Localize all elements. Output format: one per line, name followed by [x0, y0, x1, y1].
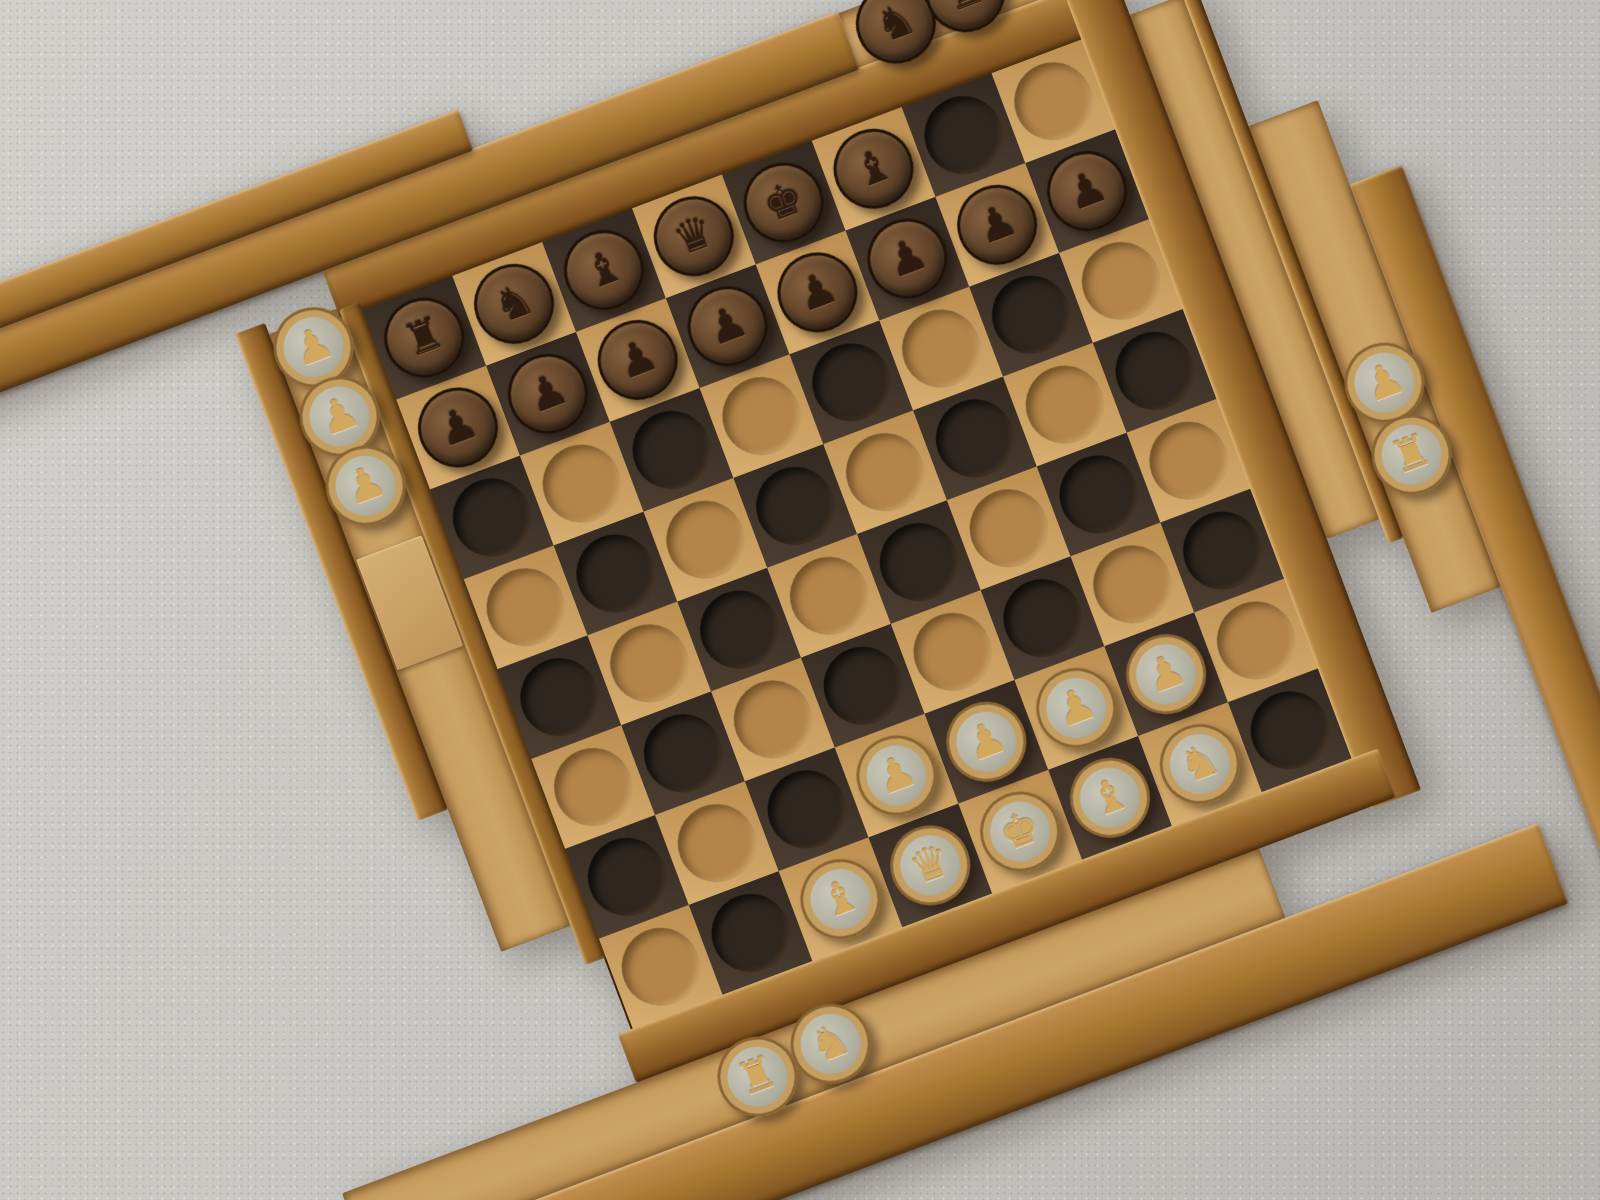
- pawn-icon: ♟: [287, 319, 339, 374]
- square-recess: [531, 433, 631, 533]
- rook-icon: ♜: [939, 0, 991, 19]
- black-knight-disc[interactable]: ♞: [463, 252, 566, 355]
- pawn-icon: ♟: [1140, 646, 1192, 701]
- square-recess: [509, 647, 609, 747]
- square-recess: [869, 512, 969, 612]
- white-pawn-disc[interactable]: ♟: [1115, 623, 1218, 726]
- black-king-disc[interactable]: ♚: [732, 151, 835, 254]
- pawn-icon: ♟: [870, 747, 922, 802]
- carpet-background: ♜♞♝♛♚♝♟♟♟♟♟♟♟♟♟♟♟♟♝♛♚♝♞ ♞♜♟♜♜♞♟♟♟: [0, 0, 1600, 1200]
- square-recess: [891, 298, 991, 398]
- pawn-icon: ♟: [339, 457, 391, 512]
- square-recess: [801, 332, 901, 432]
- square-recess: [667, 793, 767, 893]
- black-bishop-disc[interactable]: ♝: [552, 219, 655, 322]
- pawn-icon: ♟: [1358, 354, 1410, 409]
- square-recess: [1240, 680, 1340, 780]
- knight-icon: ♞: [1173, 736, 1225, 791]
- square-recess: [599, 613, 699, 713]
- square-recess: [902, 602, 1002, 702]
- bishop-icon: ♝: [577, 242, 629, 297]
- bishop-icon: ♝: [847, 140, 899, 195]
- pawn-icon: ♟: [1050, 680, 1102, 735]
- white-pawn-disc[interactable]: ♟: [845, 724, 948, 827]
- square-recess: [1172, 500, 1272, 600]
- black-pawn-disc[interactable]: ♟: [496, 342, 599, 445]
- black-pawn-disc[interactable]: ♟: [586, 308, 689, 411]
- black-rook-disc[interactable]: ♜: [373, 286, 476, 389]
- square-recess: [711, 366, 811, 466]
- square-recess: [981, 265, 1081, 365]
- black-pawn-disc[interactable]: ♟: [407, 376, 510, 479]
- queen-icon: ♛: [667, 208, 719, 263]
- white-knight-disc[interactable]: ♞: [1148, 713, 1251, 816]
- square-recess: [779, 546, 879, 646]
- square-recess: [1206, 590, 1306, 690]
- black-queen-disc[interactable]: ♛: [642, 185, 745, 288]
- square-recess: [1048, 444, 1148, 544]
- pawn-icon: ♟: [313, 388, 365, 443]
- square-recess: [565, 523, 665, 623]
- square-recess: [992, 568, 1092, 668]
- black-pawn-disc[interactable]: ♟: [1036, 140, 1139, 243]
- pawn-icon: ♟: [881, 230, 933, 285]
- square-recess: [621, 400, 721, 500]
- rook-icon: ♜: [398, 309, 450, 364]
- black-pawn-disc[interactable]: ♟: [946, 173, 1049, 276]
- square-recess: [442, 467, 542, 567]
- rook-icon: ♜: [1385, 426, 1437, 481]
- white-queen-disc[interactable]: ♛: [879, 814, 982, 917]
- white-bishop-disc[interactable]: ♝: [1058, 746, 1161, 849]
- pawn-icon: ♟: [1061, 163, 1113, 218]
- square-recess: [1071, 231, 1171, 331]
- rook-icon: ♜: [731, 1048, 783, 1103]
- square-recess: [723, 669, 823, 769]
- white-pawn-disc[interactable]: ♟: [1025, 656, 1128, 759]
- bishop-icon: ♝: [814, 871, 866, 926]
- king-icon: ♚: [757, 174, 809, 229]
- square-recess: [1015, 354, 1115, 454]
- square-recess: [655, 490, 755, 590]
- square-recess: [813, 635, 913, 735]
- square-recess: [700, 883, 800, 983]
- pawn-icon: ♟: [960, 713, 1012, 768]
- pawn-icon: ♟: [611, 332, 663, 387]
- knight-icon: ♞: [804, 1015, 856, 1070]
- pawn-icon: ♟: [791, 264, 843, 319]
- square-recess: [610, 917, 710, 1017]
- black-bishop-disc[interactable]: ♝: [822, 117, 925, 220]
- square-recess: [1003, 51, 1103, 151]
- square-recess: [475, 557, 575, 657]
- square-recess: [835, 422, 935, 522]
- square-recess: [913, 85, 1013, 185]
- bishop-icon: ♝: [1083, 769, 1135, 824]
- pawn-icon: ♟: [521, 365, 573, 420]
- square-recess: [543, 737, 643, 837]
- knight-icon: ♞: [869, 0, 921, 50]
- square-recess: [1104, 321, 1204, 421]
- square-recess: [745, 456, 845, 556]
- square-recess: [689, 579, 789, 679]
- square-recess: [1138, 410, 1238, 510]
- pawn-icon: ♟: [431, 399, 483, 454]
- square-recess: [756, 759, 856, 859]
- white-pawn-disc[interactable]: ♟: [935, 690, 1038, 793]
- king-icon: ♚: [994, 803, 1046, 858]
- square-recess: [1082, 534, 1182, 634]
- chessboard-assembly: ♜♞♝♛♚♝♟♟♟♟♟♟♟♟♟♟♟♟♝♛♚♝♞ ♞♜♟♜♜♞♟♟♟: [362, 39, 1351, 1028]
- black-pawn-disc[interactable]: ♟: [856, 207, 959, 310]
- square-recess: [958, 478, 1058, 578]
- black-pawn-disc[interactable]: ♟: [676, 275, 779, 378]
- white-bishop-disc[interactable]: ♝: [789, 848, 892, 951]
- square-recess: [633, 703, 733, 803]
- square-recess: [577, 827, 677, 927]
- pawn-icon: ♟: [701, 298, 753, 353]
- queen-icon: ♛: [904, 837, 956, 892]
- square-recess: [925, 388, 1025, 488]
- black-pawn-disc[interactable]: ♟: [766, 241, 869, 344]
- white-king-disc[interactable]: ♚: [969, 780, 1072, 883]
- pawn-icon: ♟: [971, 196, 1023, 251]
- knight-icon: ♞: [488, 275, 540, 330]
